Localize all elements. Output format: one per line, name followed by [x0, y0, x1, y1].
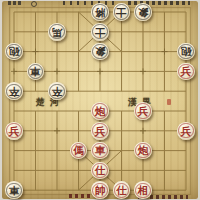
- board-photo: 楚河 漢界 將士象馬士砲象砲車兵卒卒炮兵兵兵兵傌車炮仕車帥仕相: [0, 0, 200, 200]
- piece-black-elephant[interactable]: 象: [134, 3, 152, 21]
- pieces-grid: 將士象馬士砲象砲車兵卒卒炮兵兵兵兵傌車炮仕車帥仕相: [3, 2, 197, 200]
- piece-red-advisor[interactable]: 仕: [113, 181, 131, 199]
- piece-black-soldier[interactable]: 卒: [5, 82, 23, 100]
- piece-red-chariot[interactable]: 車: [91, 142, 109, 160]
- piece-black-advisor[interactable]: 士: [113, 3, 131, 21]
- piece-black-soldier[interactable]: 卒: [48, 82, 66, 100]
- piece-red-soldier[interactable]: 兵: [134, 102, 152, 120]
- piece-black-horse[interactable]: 馬: [48, 23, 66, 41]
- piece-black-advisor[interactable]: 士: [91, 23, 109, 41]
- piece-red-soldier[interactable]: 兵: [5, 122, 23, 140]
- piece-red-general[interactable]: 帥: [91, 181, 109, 199]
- piece-red-elephant[interactable]: 相: [134, 181, 152, 199]
- piece-black-cannon[interactable]: 砲: [5, 43, 23, 61]
- piece-black-chariot[interactable]: 車: [27, 63, 45, 81]
- piece-black-elephant[interactable]: 象: [91, 43, 109, 61]
- piece-black-chariot[interactable]: 車: [5, 181, 23, 199]
- piece-black-general[interactable]: 將: [91, 3, 109, 21]
- piece-red-soldier[interactable]: 兵: [91, 122, 109, 140]
- piece-red-horse[interactable]: 傌: [70, 142, 88, 160]
- piece-black-cannon[interactable]: 砲: [177, 43, 195, 61]
- piece-red-advisor[interactable]: 仕: [91, 162, 109, 180]
- piece-red-soldier[interactable]: 兵: [177, 122, 195, 140]
- piece-red-soldier[interactable]: 兵: [177, 63, 195, 81]
- piece-red-cannon[interactable]: 炮: [91, 102, 109, 120]
- piece-red-cannon[interactable]: 炮: [134, 142, 152, 160]
